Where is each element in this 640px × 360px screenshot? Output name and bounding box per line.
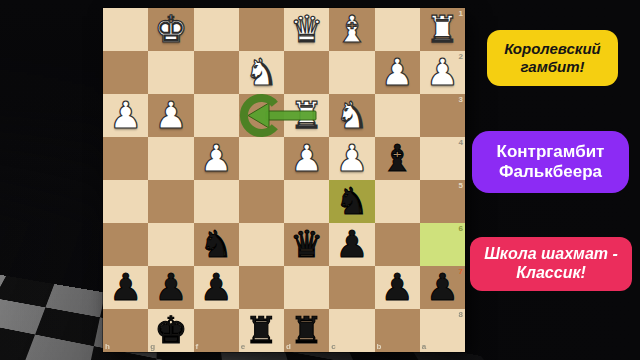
square-c1[interactable]: ♝	[329, 8, 374, 51]
square-g1[interactable]: ♚	[148, 8, 193, 51]
rank-label-3: 3	[459, 95, 463, 104]
label-countergambit-line2: Фалькбеера	[499, 162, 602, 182]
square-b2[interactable]: ♟	[375, 51, 420, 94]
black-rook[interactable]: ♜	[245, 312, 278, 349]
black-queen[interactable]: ♛	[290, 226, 323, 263]
label-school: Школа шахмат - Классик!	[470, 237, 632, 291]
file-label-e: e	[241, 342, 245, 351]
square-c8[interactable]: c	[329, 309, 374, 352]
square-c3[interactable]: ♞	[329, 94, 374, 137]
white-pawn[interactable]: ♟	[290, 140, 323, 177]
square-e4[interactable]	[239, 137, 284, 180]
square-b4[interactable]: ♝	[375, 137, 420, 180]
rank-label-8: 8	[459, 310, 463, 319]
label-countergambit-line1: Контргамбит	[497, 142, 605, 162]
white-king[interactable]: ♚	[154, 11, 187, 48]
square-a3[interactable]: 3	[420, 94, 465, 137]
square-d4[interactable]: ♟	[284, 137, 329, 180]
square-h8[interactable]: h	[103, 309, 148, 352]
file-label-h: h	[105, 342, 110, 351]
square-g7[interactable]: ♟	[148, 266, 193, 309]
square-f2[interactable]	[194, 51, 239, 94]
square-e6[interactable]	[239, 223, 284, 266]
label-countergambit: Контргамбит Фалькбеера	[472, 131, 629, 193]
white-queen[interactable]: ♛	[290, 11, 323, 48]
white-rook[interactable]: ♜	[426, 11, 459, 48]
square-b3[interactable]	[375, 94, 420, 137]
square-a4[interactable]: 4	[420, 137, 465, 180]
square-f5[interactable]	[194, 180, 239, 223]
square-a5[interactable]: 5	[420, 180, 465, 223]
square-h2[interactable]	[103, 51, 148, 94]
rank-label-2: 2	[459, 52, 463, 61]
black-pawn[interactable]: ♟	[335, 226, 368, 263]
square-b8[interactable]: b	[375, 309, 420, 352]
square-c5[interactable]: ♞	[329, 180, 374, 223]
white-knight[interactable]: ♞	[245, 54, 278, 91]
label-school-line1: Школа шахмат -	[484, 245, 618, 264]
square-e3[interactable]	[239, 94, 284, 137]
square-c2[interactable]	[329, 51, 374, 94]
square-d1[interactable]: ♛	[284, 8, 329, 51]
square-g8[interactable]: ♚g	[148, 309, 193, 352]
black-rook[interactable]: ♜	[290, 312, 323, 349]
rank-label-6: 6	[459, 224, 463, 233]
square-b1[interactable]	[375, 8, 420, 51]
square-h4[interactable]	[103, 137, 148, 180]
label-kings-gambit: Королевский гамбит!	[487, 30, 618, 86]
black-pawn[interactable]: ♟	[154, 269, 187, 306]
square-e2[interactable]: ♞	[239, 51, 284, 94]
square-d7[interactable]	[284, 266, 329, 309]
black-pawn[interactable]: ♟	[200, 269, 233, 306]
white-bishop[interactable]: ♝	[335, 11, 368, 48]
square-b7[interactable]: ♟	[375, 266, 420, 309]
square-g4[interactable]	[148, 137, 193, 180]
rank-label-7: 7	[459, 267, 463, 276]
square-g6[interactable]	[148, 223, 193, 266]
chess-board[interactable]: ♚♛♝♜1♞♟♟2♟♟♜♞3♟♟♟♝4♞5♞♛♟6♟♟♟♟♟7h♚gf♜e♜dc…	[103, 8, 465, 352]
file-label-b: b	[377, 342, 382, 351]
square-g5[interactable]	[148, 180, 193, 223]
square-h3[interactable]: ♟	[103, 94, 148, 137]
square-b5[interactable]	[375, 180, 420, 223]
square-g2[interactable]	[148, 51, 193, 94]
square-a8[interactable]: a8	[420, 309, 465, 352]
white-pawn[interactable]: ♟	[381, 54, 414, 91]
square-d2[interactable]	[284, 51, 329, 94]
square-e5[interactable]	[239, 180, 284, 223]
rank-label-5: 5	[459, 181, 463, 190]
square-c6[interactable]: ♟	[329, 223, 374, 266]
white-pawn[interactable]: ♟	[335, 140, 368, 177]
square-f1[interactable]	[194, 8, 239, 51]
square-e1[interactable]	[239, 8, 284, 51]
white-pawn[interactable]: ♟	[109, 97, 142, 134]
white-pawn[interactable]: ♟	[426, 54, 459, 91]
rank-label-4: 4	[459, 138, 463, 147]
white-pawn[interactable]: ♟	[154, 97, 187, 134]
label-school-line2: Классик!	[516, 264, 586, 283]
square-c4[interactable]: ♟	[329, 137, 374, 180]
square-f7[interactable]: ♟	[194, 266, 239, 309]
black-pawn[interactable]: ♟	[381, 269, 414, 306]
square-e7[interactable]	[239, 266, 284, 309]
square-h1[interactable]	[103, 8, 148, 51]
file-label-d: d	[286, 342, 291, 351]
square-c7[interactable]	[329, 266, 374, 309]
square-h5[interactable]	[103, 180, 148, 223]
black-bishop[interactable]: ♝	[381, 140, 414, 177]
file-label-c: c	[331, 342, 335, 351]
white-knight[interactable]: ♞	[335, 97, 368, 134]
square-d8[interactable]: ♜d	[284, 309, 329, 352]
file-label-a: a	[422, 342, 426, 351]
file-label-g: g	[150, 342, 155, 351]
square-a1[interactable]: ♜1	[420, 8, 465, 51]
square-g3[interactable]: ♟	[148, 94, 193, 137]
label-kings-gambit-line2: гамбит!	[520, 58, 584, 76]
square-f3[interactable]	[194, 94, 239, 137]
square-d5[interactable]	[284, 180, 329, 223]
square-e8[interactable]: ♜e	[239, 309, 284, 352]
square-d3[interactable]: ♜	[284, 94, 329, 137]
black-king[interactable]: ♚	[154, 312, 187, 349]
square-a7[interactable]: ♟7	[420, 266, 465, 309]
square-f4[interactable]: ♟	[194, 137, 239, 180]
square-b6[interactable]	[375, 223, 420, 266]
square-h6[interactable]	[103, 223, 148, 266]
rank-label-1: 1	[459, 9, 463, 18]
square-d6[interactable]: ♛	[284, 223, 329, 266]
black-knight[interactable]: ♞	[200, 226, 233, 263]
black-pawn[interactable]: ♟	[426, 269, 459, 306]
square-f8[interactable]: f	[194, 309, 239, 352]
square-f6[interactable]: ♞	[194, 223, 239, 266]
black-knight[interactable]: ♞	[335, 183, 368, 220]
white-rook[interactable]: ♜	[290, 97, 323, 134]
label-kings-gambit-line1: Королевский	[504, 40, 601, 58]
black-pawn[interactable]: ♟	[109, 269, 142, 306]
square-h7[interactable]: ♟	[103, 266, 148, 309]
square-a2[interactable]: ♟2	[420, 51, 465, 94]
file-label-f: f	[196, 342, 199, 351]
thumbnail-stage: ♚♛♝♜1♞♟♟2♟♟♜♞3♟♟♟♝4♞5♞♛♟6♟♟♟♟♟7h♚gf♜e♜dc…	[0, 0, 640, 360]
square-a6[interactable]: 6	[420, 223, 465, 266]
white-pawn[interactable]: ♟	[200, 140, 233, 177]
